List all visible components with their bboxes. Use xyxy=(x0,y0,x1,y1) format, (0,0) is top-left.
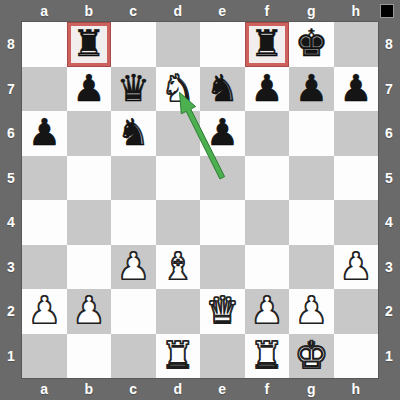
square-f1[interactable]: ♜ xyxy=(245,334,290,379)
square-e2[interactable]: ♛ xyxy=(200,289,245,334)
square-c4[interactable] xyxy=(111,200,156,245)
square-f3[interactable] xyxy=(245,245,290,290)
square-c7[interactable]: ♛ xyxy=(111,67,156,112)
square-g6[interactable] xyxy=(289,111,334,156)
square-d3[interactable]: ♝ xyxy=(156,245,201,290)
square-c6[interactable]: ♞ xyxy=(111,111,156,156)
white-pawn[interactable]: ♟ xyxy=(295,289,328,333)
square-b6[interactable] xyxy=(67,111,112,156)
square-c1[interactable] xyxy=(111,334,156,379)
white-pawn[interactable]: ♟ xyxy=(250,289,283,333)
white-pawn[interactable]: ♟ xyxy=(28,289,61,333)
square-h4[interactable] xyxy=(334,200,379,245)
file-label-c-top: c xyxy=(111,0,156,22)
square-g5[interactable] xyxy=(289,156,334,201)
square-c8[interactable] xyxy=(111,22,156,67)
rank-label-7-right: 7 xyxy=(378,67,400,112)
rank-label-1-right: 1 xyxy=(378,334,400,379)
file-label-g-bottom: g xyxy=(289,378,334,400)
square-e7[interactable]: ♞ xyxy=(200,67,245,112)
square-h8[interactable] xyxy=(334,22,379,67)
square-a2[interactable]: ♟ xyxy=(22,289,67,334)
rank-label-3-left: 3 xyxy=(0,245,22,290)
square-g7[interactable]: ♟ xyxy=(289,67,334,112)
square-e5[interactable] xyxy=(200,156,245,201)
rank-label-6-left: 6 xyxy=(0,111,22,156)
black-pawn[interactable]: ♟ xyxy=(250,67,283,111)
file-label-e-top: e xyxy=(200,0,245,22)
rank-label-8-left: 8 xyxy=(0,22,22,67)
file-label-b-bottom: b xyxy=(67,378,112,400)
square-f5[interactable] xyxy=(245,156,290,201)
square-a6[interactable]: ♟ xyxy=(22,111,67,156)
rank-label-5-right: 5 xyxy=(378,156,400,201)
square-e6[interactable]: ♟ xyxy=(200,111,245,156)
black-rook[interactable]: ♜ xyxy=(250,22,283,66)
white-rook[interactable]: ♜ xyxy=(161,334,194,378)
square-d7[interactable]: ♞ xyxy=(156,67,201,112)
file-label-f-bottom: f xyxy=(245,378,290,400)
square-b2[interactable]: ♟ xyxy=(67,289,112,334)
square-h6[interactable] xyxy=(334,111,379,156)
square-h1[interactable] xyxy=(334,334,379,379)
file-label-e-bottom: e xyxy=(200,378,245,400)
chess-board-frame: ♜♜♚♟♛♞♞♟♟♟♟♞♟♟♝♟♟♟♛♟♟♜♜♚ aabbccddeeffggh… xyxy=(0,0,400,400)
chess-board: ♜♜♚♟♛♞♞♟♟♟♟♞♟♟♝♟♟♟♛♟♟♜♜♚ xyxy=(22,22,378,378)
white-rook[interactable]: ♜ xyxy=(250,334,283,378)
square-e1[interactable] xyxy=(200,334,245,379)
square-d4[interactable] xyxy=(156,200,201,245)
file-label-a-bottom: a xyxy=(22,378,67,400)
file-label-d-top: d xyxy=(156,0,201,22)
black-pawn[interactable]: ♟ xyxy=(72,67,105,111)
square-d2[interactable] xyxy=(156,289,201,334)
square-a4[interactable] xyxy=(22,200,67,245)
square-d8[interactable] xyxy=(156,22,201,67)
black-knight[interactable]: ♞ xyxy=(206,67,239,111)
square-f6[interactable] xyxy=(245,111,290,156)
square-e8[interactable] xyxy=(200,22,245,67)
square-f2[interactable]: ♟ xyxy=(245,289,290,334)
square-a1[interactable] xyxy=(22,334,67,379)
square-d6[interactable] xyxy=(156,111,201,156)
file-label-f-top: f xyxy=(245,0,290,22)
square-b5[interactable] xyxy=(67,156,112,201)
white-pawn[interactable]: ♟ xyxy=(72,289,105,333)
file-label-h-bottom: h xyxy=(334,378,379,400)
file-label-a-top: a xyxy=(22,0,67,22)
square-f8[interactable]: ♜ xyxy=(245,22,290,67)
black-pawn[interactable]: ♟ xyxy=(28,111,61,155)
white-queen[interactable]: ♛ xyxy=(206,289,239,333)
black-pawn[interactable]: ♟ xyxy=(339,67,372,111)
square-b8[interactable]: ♜ xyxy=(67,22,112,67)
square-h5[interactable] xyxy=(334,156,379,201)
white-king[interactable]: ♚ xyxy=(295,334,328,378)
square-f4[interactable] xyxy=(245,200,290,245)
rank-label-4-left: 4 xyxy=(0,200,22,245)
file-label-b-top: b xyxy=(67,0,112,22)
square-c2[interactable] xyxy=(111,289,156,334)
square-d1[interactable]: ♜ xyxy=(156,334,201,379)
white-bishop[interactable]: ♝ xyxy=(161,245,194,289)
rank-label-2-right: 2 xyxy=(378,289,400,334)
file-label-g-top: g xyxy=(289,0,334,22)
black-rook[interactable]: ♜ xyxy=(72,22,105,66)
rank-label-1-left: 1 xyxy=(0,334,22,379)
square-h2[interactable] xyxy=(334,289,379,334)
square-h3[interactable]: ♟ xyxy=(334,245,379,290)
square-a8[interactable] xyxy=(22,22,67,67)
square-h7[interactable]: ♟ xyxy=(334,67,379,112)
rank-label-6-right: 6 xyxy=(378,111,400,156)
black-pawn[interactable]: ♟ xyxy=(295,67,328,111)
file-label-c-bottom: c xyxy=(111,378,156,400)
rank-label-7-left: 7 xyxy=(0,67,22,112)
square-g3[interactable] xyxy=(289,245,334,290)
file-label-h-top: h xyxy=(334,0,379,22)
square-b1[interactable] xyxy=(67,334,112,379)
square-a3[interactable] xyxy=(22,245,67,290)
square-g1[interactable]: ♚ xyxy=(289,334,334,379)
rank-label-5-left: 5 xyxy=(0,156,22,201)
square-e4[interactable] xyxy=(200,200,245,245)
black-queen[interactable]: ♛ xyxy=(117,67,150,111)
square-a7[interactable] xyxy=(22,67,67,112)
square-a5[interactable] xyxy=(22,156,67,201)
white-knight[interactable]: ♞ xyxy=(161,67,194,111)
black-knight[interactable]: ♞ xyxy=(117,111,150,155)
black-pawn[interactable]: ♟ xyxy=(206,111,239,155)
square-b7[interactable]: ♟ xyxy=(67,67,112,112)
square-g8[interactable]: ♚ xyxy=(289,22,334,67)
square-e3[interactable] xyxy=(200,245,245,290)
square-g2[interactable]: ♟ xyxy=(289,289,334,334)
black-to-move-indicator xyxy=(380,4,394,18)
black-king[interactable]: ♚ xyxy=(295,22,328,66)
rank-label-8-right: 8 xyxy=(378,22,400,67)
square-b4[interactable] xyxy=(67,200,112,245)
square-b3[interactable] xyxy=(67,245,112,290)
white-pawn[interactable]: ♟ xyxy=(339,245,372,289)
square-d5[interactable] xyxy=(156,156,201,201)
rank-label-4-right: 4 xyxy=(378,200,400,245)
white-pawn[interactable]: ♟ xyxy=(117,245,150,289)
square-f7[interactable]: ♟ xyxy=(245,67,290,112)
square-g4[interactable] xyxy=(289,200,334,245)
rank-label-3-right: 3 xyxy=(378,245,400,290)
square-c3[interactable]: ♟ xyxy=(111,245,156,290)
file-label-d-bottom: d xyxy=(156,378,201,400)
square-c5[interactable] xyxy=(111,156,156,201)
rank-label-2-left: 2 xyxy=(0,289,22,334)
